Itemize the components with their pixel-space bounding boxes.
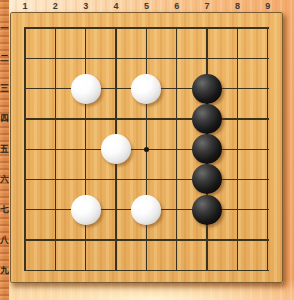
intersection-4-1[interactable] <box>101 13 131 43</box>
column-label-8: 8 <box>230 1 244 12</box>
intersection-4-3[interactable] <box>101 73 131 103</box>
intersection-4-5[interactable] <box>101 134 131 164</box>
intersection-7-5[interactable] <box>192 134 222 164</box>
intersection-6-8[interactable] <box>162 225 192 255</box>
row-label-2: 二 <box>0 53 9 64</box>
intersection-5-4[interactable] <box>131 104 161 134</box>
intersection-9-7[interactable] <box>253 195 283 225</box>
column-label-5: 5 <box>139 1 153 12</box>
intersection-8-6[interactable] <box>222 164 252 194</box>
intersection-3-6[interactable] <box>71 164 101 194</box>
intersection-3-2[interactable] <box>71 43 101 73</box>
intersection-4-2[interactable] <box>101 43 131 73</box>
white-stone <box>131 195 161 225</box>
intersection-1-4[interactable] <box>10 104 40 134</box>
intersection-5-5[interactable] <box>131 134 161 164</box>
intersection-4-4[interactable] <box>101 104 131 134</box>
intersection-4-7[interactable] <box>101 195 131 225</box>
intersection-6-3[interactable] <box>162 73 192 103</box>
white-stone <box>71 74 101 104</box>
intersection-2-5[interactable] <box>40 134 70 164</box>
column-label-1: 1 <box>18 1 32 12</box>
intersection-7-9[interactable] <box>192 255 222 285</box>
intersection-2-2[interactable] <box>40 43 70 73</box>
intersection-7-6[interactable] <box>192 164 222 194</box>
column-label-3: 3 <box>79 1 93 12</box>
intersection-9-5[interactable] <box>253 134 283 164</box>
intersection-8-7[interactable] <box>222 195 252 225</box>
intersection-7-7[interactable] <box>192 195 222 225</box>
intersection-2-4[interactable] <box>40 104 70 134</box>
intersection-9-3[interactable] <box>253 73 283 103</box>
column-label-7: 7 <box>200 1 214 12</box>
intersection-5-8[interactable] <box>131 225 161 255</box>
column-label-4: 4 <box>109 1 123 12</box>
intersection-7-2[interactable] <box>192 43 222 73</box>
intersection-4-6[interactable] <box>101 164 131 194</box>
intersection-7-4[interactable] <box>192 104 222 134</box>
intersection-5-2[interactable] <box>131 43 161 73</box>
intersection-8-8[interactable] <box>222 225 252 255</box>
intersection-1-1[interactable] <box>10 13 40 43</box>
intersection-1-6[interactable] <box>10 164 40 194</box>
intersection-6-1[interactable] <box>162 13 192 43</box>
column-label-2: 2 <box>48 1 62 12</box>
intersection-5-1[interactable] <box>131 13 161 43</box>
intersection-3-4[interactable] <box>71 104 101 134</box>
black-stone <box>192 164 222 194</box>
column-label-6: 6 <box>170 1 184 12</box>
intersection-7-8[interactable] <box>192 225 222 255</box>
intersection-4-8[interactable] <box>101 225 131 255</box>
intersection-3-7[interactable] <box>71 195 101 225</box>
intersection-1-9[interactable] <box>10 255 40 285</box>
black-stone <box>192 195 222 225</box>
goban[interactable] <box>10 12 283 283</box>
row-label-4: 四 <box>0 113 9 124</box>
intersection-9-4[interactable] <box>253 104 283 134</box>
go-app-window: 123456789一二三四五六七八九 <box>0 0 294 300</box>
row-label-8: 八 <box>0 235 9 246</box>
intersection-1-8[interactable] <box>10 225 40 255</box>
intersection-9-8[interactable] <box>253 225 283 255</box>
intersection-3-5[interactable] <box>71 134 101 164</box>
white-stone <box>71 195 101 225</box>
row-label-3: 三 <box>0 83 9 94</box>
intersection-6-9[interactable] <box>162 255 192 285</box>
intersection-3-3[interactable] <box>71 73 101 103</box>
intersection-5-9[interactable] <box>131 255 161 285</box>
black-stone <box>192 74 222 104</box>
intersection-9-1[interactable] <box>253 13 283 43</box>
intersection-2-3[interactable] <box>40 73 70 103</box>
intersection-6-4[interactable] <box>162 104 192 134</box>
intersection-6-6[interactable] <box>162 164 192 194</box>
intersection-8-3[interactable] <box>222 73 252 103</box>
white-stone <box>131 74 161 104</box>
intersection-8-5[interactable] <box>222 134 252 164</box>
intersection-5-3[interactable] <box>131 73 161 103</box>
intersection-6-2[interactable] <box>162 43 192 73</box>
intersection-4-9[interactable] <box>101 255 131 285</box>
intersection-8-2[interactable] <box>222 43 252 73</box>
intersection-7-3[interactable] <box>192 73 222 103</box>
intersection-2-1[interactable] <box>40 13 70 43</box>
board-grid <box>10 13 283 286</box>
intersection-2-6[interactable] <box>40 164 70 194</box>
row-label-5: 五 <box>0 144 9 155</box>
intersection-1-3[interactable] <box>10 73 40 103</box>
intersection-2-9[interactable] <box>40 255 70 285</box>
column-label-9: 9 <box>261 1 275 12</box>
intersection-9-9[interactable] <box>253 255 283 285</box>
intersection-6-7[interactable] <box>162 195 192 225</box>
intersection-3-9[interactable] <box>71 255 101 285</box>
intersection-9-2[interactable] <box>253 43 283 73</box>
intersection-2-7[interactable] <box>40 195 70 225</box>
intersection-5-6[interactable] <box>131 164 161 194</box>
row-label-6: 六 <box>0 174 9 185</box>
black-stone <box>192 104 222 134</box>
row-label-7: 七 <box>0 204 9 215</box>
intersection-5-7[interactable] <box>131 195 161 225</box>
white-stone <box>101 134 131 164</box>
intersection-8-1[interactable] <box>222 13 252 43</box>
intersection-9-6[interactable] <box>253 164 283 194</box>
row-label-9: 九 <box>0 265 9 276</box>
intersection-1-5[interactable] <box>10 134 40 164</box>
row-label-1: 一 <box>0 23 9 34</box>
intersection-2-8[interactable] <box>40 225 70 255</box>
intersection-1-2[interactable] <box>10 43 40 73</box>
intersection-1-7[interactable] <box>10 195 40 225</box>
intersection-8-4[interactable] <box>222 104 252 134</box>
intersection-3-8[interactable] <box>71 225 101 255</box>
intersection-8-9[interactable] <box>222 255 252 285</box>
intersection-7-1[interactable] <box>192 13 222 43</box>
black-stone <box>192 134 222 164</box>
intersection-6-5[interactable] <box>162 134 192 164</box>
intersection-3-1[interactable] <box>71 13 101 43</box>
